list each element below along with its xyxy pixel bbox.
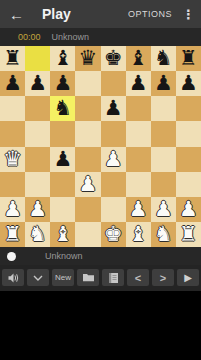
white-knight: ♞: [28, 224, 47, 245]
black-rook: ♜: [3, 48, 22, 69]
play-button[interactable]: ▶: [177, 269, 199, 286]
square-g8[interactable]: ♞: [151, 46, 176, 71]
white-rook: ♜: [179, 224, 198, 245]
square-e3[interactable]: [101, 172, 126, 197]
square-c6[interactable]: ♞: [50, 96, 75, 121]
play-icon: ▶: [184, 272, 192, 283]
square-c2[interactable]: [50, 197, 75, 222]
black-pawn: ♟: [53, 73, 72, 94]
square-c7[interactable]: ♟: [50, 71, 75, 96]
square-d4[interactable]: [75, 147, 100, 172]
white-bishop: ♝: [53, 224, 72, 245]
square-g5[interactable]: [151, 121, 176, 146]
square-h5[interactable]: [176, 121, 201, 146]
app-screen: ← Play OPTIONS ⋮ 00:00 Unknown ♜♝♛♚♝♞♜♟♟…: [0, 0, 201, 360]
white-pawn: ♟: [179, 199, 198, 220]
square-h4[interactable]: [176, 147, 201, 172]
game-toolbar: New < > ▶: [0, 265, 201, 291]
square-a1[interactable]: ♜: [0, 222, 25, 247]
next-move-button[interactable]: >: [152, 269, 174, 286]
black-player-bar: 00:00 Unknown: [0, 28, 201, 46]
speaker-icon: [7, 272, 19, 284]
square-e7[interactable]: [101, 71, 126, 96]
black-pawn: ♟: [28, 73, 47, 94]
square-f5[interactable]: [126, 121, 151, 146]
black-pawn: ♟: [129, 73, 148, 94]
white-knight: ♞: [154, 224, 173, 245]
square-b7[interactable]: ♟: [25, 71, 50, 96]
new-game-button[interactable]: New: [52, 269, 74, 286]
square-a8[interactable]: ♜: [0, 46, 25, 71]
square-c3[interactable]: [50, 172, 75, 197]
square-f2[interactable]: ♟: [126, 197, 151, 222]
black-rook: ♜: [179, 48, 198, 69]
square-h3[interactable]: [176, 172, 201, 197]
folder-open-icon: [82, 272, 95, 283]
white-rook: ♜: [3, 224, 22, 245]
square-f7[interactable]: ♟: [126, 71, 151, 96]
square-b4[interactable]: [25, 147, 50, 172]
chess-board[interactable]: ♜♝♛♚♝♞♜♟♟♟♟♟♟♞♟♛♟♟♟♟♟♟♟♟♜♞♝♚♝♞♜: [0, 46, 201, 247]
black-queen: ♛: [79, 48, 98, 69]
white-queen: ♛: [3, 149, 22, 170]
square-a5[interactable]: [0, 121, 25, 146]
square-g7[interactable]: ♟: [151, 71, 176, 96]
square-e1[interactable]: ♚: [101, 222, 126, 247]
square-c1[interactable]: ♝: [50, 222, 75, 247]
back-arrow-icon[interactable]: ←: [0, 7, 24, 22]
square-b2[interactable]: ♟: [25, 197, 50, 222]
white-king: ♚: [104, 224, 123, 245]
square-h8[interactable]: ♜: [176, 46, 201, 71]
square-a6[interactable]: [0, 96, 25, 121]
square-a7[interactable]: ♟: [0, 71, 25, 96]
square-g4[interactable]: [151, 147, 176, 172]
square-g2[interactable]: ♟: [151, 197, 176, 222]
black-bishop: ♝: [53, 48, 72, 69]
open-game-button[interactable]: [77, 269, 99, 286]
white-pawn: ♟: [28, 199, 47, 220]
black-pawn: ♟: [104, 98, 123, 119]
chevron-left-icon: <: [135, 272, 141, 284]
white-side-dot-icon: [7, 252, 16, 261]
square-b5[interactable]: [25, 121, 50, 146]
sound-button[interactable]: [2, 269, 24, 286]
chevron-down-icon: [32, 273, 44, 283]
square-c4[interactable]: ♟: [50, 147, 75, 172]
black-knight: ♞: [53, 98, 72, 119]
square-d3[interactable]: ♟: [75, 172, 100, 197]
white-pawn: ♟: [3, 199, 22, 220]
square-e2[interactable]: [101, 197, 126, 222]
white-pawn: ♟: [129, 199, 148, 220]
square-b3[interactable]: [25, 172, 50, 197]
kebab-menu-icon[interactable]: ⋮: [182, 7, 195, 22]
square-d6[interactable]: [75, 96, 100, 121]
square-f4[interactable]: [126, 147, 151, 172]
white-bishop: ♝: [129, 224, 148, 245]
white-pawn: ♟: [104, 149, 123, 170]
chevron-right-icon: >: [160, 272, 166, 284]
square-d5[interactable]: [75, 121, 100, 146]
square-b8[interactable]: [25, 46, 50, 71]
square-d7[interactable]: [75, 71, 100, 96]
square-f3[interactable]: [126, 172, 151, 197]
square-h1[interactable]: ♜: [176, 222, 201, 247]
black-player-clock: 00:00: [18, 32, 41, 42]
white-pawn: ♟: [154, 199, 173, 220]
square-h2[interactable]: ♟: [176, 197, 201, 222]
square-e4[interactable]: ♟: [101, 147, 126, 172]
square-c8[interactable]: ♝: [50, 46, 75, 71]
square-h7[interactable]: ♟: [176, 71, 201, 96]
square-a2[interactable]: ♟: [0, 197, 25, 222]
collapse-button[interactable]: [27, 269, 49, 286]
square-e8[interactable]: ♚: [101, 46, 126, 71]
square-g1[interactable]: ♞: [151, 222, 176, 247]
square-f8[interactable]: ♝: [126, 46, 151, 71]
square-g3[interactable]: [151, 172, 176, 197]
square-e5[interactable]: [101, 121, 126, 146]
black-bishop: ♝: [129, 48, 148, 69]
white-pawn: ♟: [79, 174, 98, 195]
square-a4[interactable]: ♛: [0, 147, 25, 172]
square-a3[interactable]: [0, 172, 25, 197]
black-king: ♚: [104, 48, 123, 69]
page-title: Play: [42, 6, 71, 22]
empty-area: [0, 291, 201, 360]
square-f1[interactable]: ♝: [126, 222, 151, 247]
square-e6[interactable]: ♟: [101, 96, 126, 121]
black-knight: ♞: [154, 48, 173, 69]
game-book-button[interactable]: [102, 269, 124, 286]
book-icon: [108, 272, 119, 284]
square-b1[interactable]: ♞: [25, 222, 50, 247]
square-d8[interactable]: ♛: [75, 46, 100, 71]
square-c5[interactable]: [50, 121, 75, 146]
square-h6[interactable]: [176, 96, 201, 121]
square-b6[interactable]: [25, 96, 50, 121]
square-f6[interactable]: [126, 96, 151, 121]
options-button[interactable]: OPTIONS: [128, 9, 172, 19]
black-pawn: ♟: [53, 149, 72, 170]
white-player-bar: Unknown: [0, 247, 201, 265]
app-header: ← Play OPTIONS ⋮: [0, 0, 201, 28]
square-d2[interactable]: [75, 197, 100, 222]
black-pawn: ♟: [3, 73, 22, 94]
white-player-name: Unknown: [45, 251, 83, 261]
prev-move-button[interactable]: <: [127, 269, 149, 286]
black-pawn: ♟: [179, 73, 198, 94]
square-g6[interactable]: [151, 96, 176, 121]
black-player-name: Unknown: [52, 32, 90, 42]
black-pawn: ♟: [154, 73, 173, 94]
square-d1[interactable]: [75, 222, 100, 247]
